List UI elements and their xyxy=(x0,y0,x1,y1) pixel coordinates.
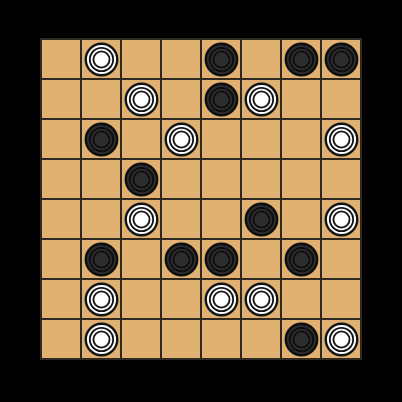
white-piece[interactable] xyxy=(84,42,119,77)
square-c5[interactable] xyxy=(122,160,160,198)
square-a2[interactable] xyxy=(42,280,80,318)
square-g2[interactable] xyxy=(282,280,320,318)
square-e7[interactable] xyxy=(202,80,240,118)
white-piece[interactable] xyxy=(124,82,159,117)
square-d8[interactable] xyxy=(162,40,200,78)
square-d1[interactable] xyxy=(162,320,200,358)
screen xyxy=(0,0,402,402)
square-h7[interactable] xyxy=(322,80,360,118)
square-a5[interactable] xyxy=(42,160,80,198)
square-f1[interactable] xyxy=(242,320,280,358)
square-h8[interactable] xyxy=(322,40,360,78)
square-h3[interactable] xyxy=(322,240,360,278)
square-c7[interactable] xyxy=(122,80,160,118)
black-piece[interactable] xyxy=(124,162,159,197)
black-piece[interactable] xyxy=(204,42,239,77)
square-b1[interactable] xyxy=(82,320,120,358)
white-piece[interactable] xyxy=(84,322,119,357)
black-piece[interactable] xyxy=(284,322,319,357)
square-a1[interactable] xyxy=(42,320,80,358)
square-d4[interactable] xyxy=(162,200,200,238)
square-e5[interactable] xyxy=(202,160,240,198)
black-piece[interactable] xyxy=(204,242,239,277)
square-g5[interactable] xyxy=(282,160,320,198)
white-piece[interactable] xyxy=(324,122,359,157)
square-b7[interactable] xyxy=(82,80,120,118)
square-c4[interactable] xyxy=(122,200,160,238)
square-c2[interactable] xyxy=(122,280,160,318)
square-a7[interactable] xyxy=(42,80,80,118)
black-piece[interactable] xyxy=(284,242,319,277)
white-piece[interactable] xyxy=(324,202,359,237)
square-h2[interactable] xyxy=(322,280,360,318)
square-h5[interactable] xyxy=(322,160,360,198)
black-piece[interactable] xyxy=(84,122,119,157)
black-piece[interactable] xyxy=(324,42,359,77)
square-b3[interactable] xyxy=(82,240,120,278)
square-g3[interactable] xyxy=(282,240,320,278)
square-a8[interactable] xyxy=(42,40,80,78)
square-c1[interactable] xyxy=(122,320,160,358)
square-g7[interactable] xyxy=(282,80,320,118)
square-d5[interactable] xyxy=(162,160,200,198)
square-e2[interactable] xyxy=(202,280,240,318)
white-piece[interactable] xyxy=(84,282,119,317)
square-f3[interactable] xyxy=(242,240,280,278)
square-f6[interactable] xyxy=(242,120,280,158)
game-board xyxy=(39,37,363,361)
white-piece[interactable] xyxy=(324,322,359,357)
square-f4[interactable] xyxy=(242,200,280,238)
square-b4[interactable] xyxy=(82,200,120,238)
black-piece[interactable] xyxy=(164,242,199,277)
square-g8[interactable] xyxy=(282,40,320,78)
square-e8[interactable] xyxy=(202,40,240,78)
square-e1[interactable] xyxy=(202,320,240,358)
square-h6[interactable] xyxy=(322,120,360,158)
square-f7[interactable] xyxy=(242,80,280,118)
black-piece[interactable] xyxy=(84,242,119,277)
square-c3[interactable] xyxy=(122,240,160,278)
white-piece[interactable] xyxy=(244,82,279,117)
square-d3[interactable] xyxy=(162,240,200,278)
square-f5[interactable] xyxy=(242,160,280,198)
square-d6[interactable] xyxy=(162,120,200,158)
square-f8[interactable] xyxy=(242,40,280,78)
square-b5[interactable] xyxy=(82,160,120,198)
square-h4[interactable] xyxy=(322,200,360,238)
black-piece[interactable] xyxy=(284,42,319,77)
square-b2[interactable] xyxy=(82,280,120,318)
square-g6[interactable] xyxy=(282,120,320,158)
white-piece[interactable] xyxy=(244,282,279,317)
square-g1[interactable] xyxy=(282,320,320,358)
square-b6[interactable] xyxy=(82,120,120,158)
white-piece[interactable] xyxy=(164,122,199,157)
square-a6[interactable] xyxy=(42,120,80,158)
square-a4[interactable] xyxy=(42,200,80,238)
square-e4[interactable] xyxy=(202,200,240,238)
square-c8[interactable] xyxy=(122,40,160,78)
square-a3[interactable] xyxy=(42,240,80,278)
white-piece[interactable] xyxy=(124,202,159,237)
square-d7[interactable] xyxy=(162,80,200,118)
square-b8[interactable] xyxy=(82,40,120,78)
white-piece[interactable] xyxy=(204,282,239,317)
square-c6[interactable] xyxy=(122,120,160,158)
square-f2[interactable] xyxy=(242,280,280,318)
square-g4[interactable] xyxy=(282,200,320,238)
square-e6[interactable] xyxy=(202,120,240,158)
square-d2[interactable] xyxy=(162,280,200,318)
square-h1[interactable] xyxy=(322,320,360,358)
black-piece[interactable] xyxy=(244,202,279,237)
black-piece[interactable] xyxy=(204,82,239,117)
square-e3[interactable] xyxy=(202,240,240,278)
